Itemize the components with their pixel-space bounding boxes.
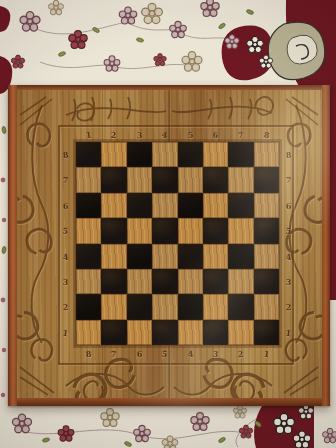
square-f6[interactable] xyxy=(203,193,228,218)
square-f4[interactable] xyxy=(203,244,228,269)
square-h2[interactable] xyxy=(254,294,279,319)
playing-grid xyxy=(76,142,279,345)
square-c3[interactable] xyxy=(127,269,152,294)
square-d4[interactable] xyxy=(152,244,177,269)
square-d2[interactable] xyxy=(152,294,177,319)
square-e3[interactable] xyxy=(178,269,203,294)
square-b4[interactable] xyxy=(101,244,126,269)
square-c4[interactable] xyxy=(127,244,152,269)
square-c8[interactable] xyxy=(127,142,152,167)
square-b1[interactable] xyxy=(101,320,126,345)
square-a4[interactable] xyxy=(76,244,101,269)
square-g4[interactable] xyxy=(228,244,253,269)
square-g2[interactable] xyxy=(228,294,253,319)
square-g3[interactable] xyxy=(228,269,253,294)
square-d7[interactable] xyxy=(152,167,177,192)
square-f7[interactable] xyxy=(203,167,228,192)
square-c5[interactable] xyxy=(127,218,152,243)
square-b6[interactable] xyxy=(101,193,126,218)
square-b7[interactable] xyxy=(101,167,126,192)
square-f8[interactable] xyxy=(203,142,228,167)
carpet-medallion xyxy=(268,22,325,79)
square-e8[interactable] xyxy=(178,142,203,167)
square-c6[interactable] xyxy=(127,193,152,218)
square-h1[interactable] xyxy=(254,320,279,345)
square-a6[interactable] xyxy=(76,193,101,218)
square-d5[interactable] xyxy=(152,218,177,243)
square-g7[interactable] xyxy=(228,167,253,192)
square-e7[interactable] xyxy=(178,167,203,192)
square-e4[interactable] xyxy=(178,244,203,269)
square-c2[interactable] xyxy=(127,294,152,319)
square-d6[interactable] xyxy=(152,193,177,218)
square-h6[interactable] xyxy=(254,193,279,218)
square-h7[interactable] xyxy=(254,167,279,192)
square-b5[interactable] xyxy=(101,218,126,243)
square-d8[interactable] xyxy=(152,142,177,167)
square-h8[interactable] xyxy=(254,142,279,167)
square-d3[interactable] xyxy=(152,269,177,294)
square-a2[interactable] xyxy=(76,294,101,319)
square-f5[interactable] xyxy=(203,218,228,243)
square-g6[interactable] xyxy=(228,193,253,218)
square-f3[interactable] xyxy=(203,269,228,294)
square-a8[interactable] xyxy=(76,142,101,167)
square-a1[interactable] xyxy=(76,320,101,345)
square-c7[interactable] xyxy=(127,167,152,192)
square-e6[interactable] xyxy=(178,193,203,218)
scene: 12345678 87654321 87654321 87654321 xyxy=(0,0,336,448)
square-h3[interactable] xyxy=(254,269,279,294)
square-h4[interactable] xyxy=(254,244,279,269)
square-e5[interactable] xyxy=(178,218,203,243)
square-c1[interactable] xyxy=(127,320,152,345)
square-a3[interactable] xyxy=(76,269,101,294)
square-d1[interactable] xyxy=(152,320,177,345)
square-g5[interactable] xyxy=(228,218,253,243)
square-g1[interactable] xyxy=(228,320,253,345)
square-h5[interactable] xyxy=(254,218,279,243)
square-f1[interactable] xyxy=(203,320,228,345)
square-g8[interactable] xyxy=(228,142,253,167)
square-a7[interactable] xyxy=(76,167,101,192)
square-a5[interactable] xyxy=(76,218,101,243)
square-b3[interactable] xyxy=(101,269,126,294)
chess-board: 12345678 87654321 87654321 87654321 xyxy=(8,85,330,406)
square-e1[interactable] xyxy=(178,320,203,345)
square-b8[interactable] xyxy=(101,142,126,167)
carpet-edge-motifs xyxy=(1,178,7,398)
square-b2[interactable] xyxy=(101,294,126,319)
square-e2[interactable] xyxy=(178,294,203,319)
square-f2[interactable] xyxy=(203,294,228,319)
